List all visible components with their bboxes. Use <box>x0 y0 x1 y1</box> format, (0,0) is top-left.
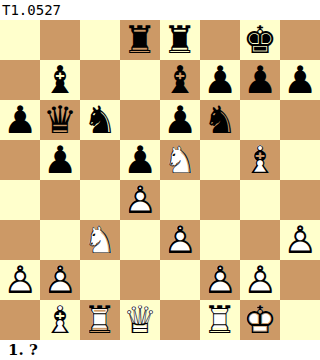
black-pawn-piece[interactable]: ♟ <box>200 60 240 100</box>
square-e7[interactable]: ♝ <box>160 60 200 100</box>
square-a5[interactable] <box>0 140 40 180</box>
square-h4[interactable] <box>280 180 320 220</box>
puzzle-title: T1.0527 <box>0 0 320 20</box>
black-piece-glyph: ♜ <box>160 20 200 60</box>
black-piece-glyph: ♝ <box>40 60 80 100</box>
black-piece-glyph: ♟ <box>280 60 320 100</box>
white-piece-outline: ♙ <box>200 260 240 300</box>
black-pawn-piece[interactable]: ♟ <box>240 60 280 100</box>
square-d4[interactable]: ♟♙ <box>120 180 160 220</box>
square-h6[interactable] <box>280 100 320 140</box>
square-g7[interactable]: ♟ <box>240 60 280 100</box>
square-b1[interactable]: ♝♗ <box>40 300 80 340</box>
square-c5[interactable] <box>80 140 120 180</box>
square-b4[interactable] <box>40 180 80 220</box>
white-piece-outline: ♖ <box>200 300 240 340</box>
square-g6[interactable] <box>240 100 280 140</box>
square-a8[interactable] <box>0 20 40 60</box>
white-pawn-piece[interactable]: ♟♙ <box>160 220 200 260</box>
square-h8[interactable] <box>280 20 320 60</box>
white-piece-outline: ♙ <box>160 220 200 260</box>
black-queen-piece[interactable]: ♛ <box>40 100 80 140</box>
white-piece-outline: ♙ <box>0 260 40 300</box>
square-g3[interactable] <box>240 220 280 260</box>
black-piece-glyph: ♟ <box>240 60 280 100</box>
white-piece-outline: ♗ <box>40 300 80 340</box>
square-e4[interactable] <box>160 180 200 220</box>
black-pawn-piece[interactable]: ♟ <box>160 100 200 140</box>
black-pawn-piece[interactable]: ♟ <box>0 100 40 140</box>
white-rook-piece[interactable]: ♜♖ <box>80 300 120 340</box>
square-c4[interactable] <box>80 180 120 220</box>
square-d7[interactable] <box>120 60 160 100</box>
square-d6[interactable] <box>120 100 160 140</box>
chess-puzzle-page: T1.0527 ♜♜♚♝♝♟♟♟♟♛♞♟♞♟♟♞♘♝♗♟♙♞♘♟♙♟♙♟♙♟♙♟… <box>0 0 320 360</box>
square-c6[interactable]: ♞ <box>80 100 120 140</box>
square-c1[interactable]: ♜♖ <box>80 300 120 340</box>
white-pawn-piece[interactable]: ♟♙ <box>120 180 160 220</box>
square-c8[interactable] <box>80 20 120 60</box>
square-b6[interactable]: ♛ <box>40 100 80 140</box>
square-e6[interactable]: ♟ <box>160 100 200 140</box>
white-piece-outline: ♗ <box>240 140 280 180</box>
black-piece-glyph: ♟ <box>40 140 80 180</box>
white-piece-outline: ♘ <box>160 140 200 180</box>
white-pawn-piece[interactable]: ♟♙ <box>280 220 320 260</box>
black-knight-piece[interactable]: ♞ <box>80 100 120 140</box>
black-pawn-piece[interactable]: ♟ <box>40 140 80 180</box>
square-b2[interactable]: ♟♙ <box>40 260 80 300</box>
white-knight-piece[interactable]: ♞♘ <box>80 220 120 260</box>
black-pawn-piece[interactable]: ♟ <box>280 60 320 100</box>
white-piece-outline: ♙ <box>240 260 280 300</box>
square-d3[interactable] <box>120 220 160 260</box>
black-piece-glyph: ♞ <box>80 100 120 140</box>
square-b3[interactable] <box>40 220 80 260</box>
white-queen-piece[interactable]: ♛♕ <box>120 300 160 340</box>
square-d2[interactable] <box>120 260 160 300</box>
black-rook-piece[interactable]: ♜ <box>120 20 160 60</box>
white-piece-outline: ♙ <box>120 180 160 220</box>
square-h7[interactable]: ♟ <box>280 60 320 100</box>
black-bishop-piece[interactable]: ♝ <box>40 60 80 100</box>
square-c3[interactable]: ♞♘ <box>80 220 120 260</box>
white-bishop-piece[interactable]: ♝♗ <box>40 300 80 340</box>
square-a3[interactable] <box>0 220 40 260</box>
black-piece-glyph: ♜ <box>120 20 160 60</box>
black-piece-glyph: ♛ <box>40 100 80 140</box>
square-e8[interactable]: ♜ <box>160 20 200 60</box>
black-pawn-piece[interactable]: ♟ <box>120 140 160 180</box>
square-a6[interactable]: ♟ <box>0 100 40 140</box>
square-f1[interactable]: ♜♖ <box>200 300 240 340</box>
white-piece-outline: ♕ <box>120 300 160 340</box>
black-piece-glyph: ♝ <box>160 60 200 100</box>
black-piece-glyph: ♟ <box>120 140 160 180</box>
square-f3[interactable] <box>200 220 240 260</box>
black-knight-piece[interactable]: ♞ <box>200 100 240 140</box>
square-e2[interactable] <box>160 260 200 300</box>
white-bishop-piece[interactable]: ♝♗ <box>240 140 280 180</box>
square-b7[interactable]: ♝ <box>40 60 80 100</box>
square-g5[interactable]: ♝♗ <box>240 140 280 180</box>
black-piece-glyph: ♟ <box>200 60 240 100</box>
square-f7[interactable]: ♟ <box>200 60 240 100</box>
black-bishop-piece[interactable]: ♝ <box>160 60 200 100</box>
white-pawn-piece[interactable]: ♟♙ <box>240 260 280 300</box>
black-piece-glyph: ♟ <box>160 100 200 140</box>
white-piece-outline: ♙ <box>40 260 80 300</box>
square-a2[interactable]: ♟♙ <box>0 260 40 300</box>
white-piece-outline: ♖ <box>80 300 120 340</box>
square-f2[interactable]: ♟♙ <box>200 260 240 300</box>
square-b5[interactable]: ♟ <box>40 140 80 180</box>
square-a4[interactable] <box>0 180 40 220</box>
square-e5[interactable]: ♞♘ <box>160 140 200 180</box>
square-c7[interactable] <box>80 60 120 100</box>
square-b8[interactable] <box>40 20 80 60</box>
square-g8[interactable]: ♚ <box>240 20 280 60</box>
square-g4[interactable] <box>240 180 280 220</box>
square-d1[interactable]: ♛♕ <box>120 300 160 340</box>
white-king-piece[interactable]: ♚♔ <box>240 300 280 340</box>
chess-board: ♜♜♚♝♝♟♟♟♟♛♞♟♞♟♟♞♘♝♗♟♙♞♘♟♙♟♙♟♙♟♙♟♙♟♙♝♗♜♖♛… <box>0 20 320 340</box>
black-king-piece[interactable]: ♚ <box>240 20 280 60</box>
square-h2[interactable] <box>280 260 320 300</box>
square-g1[interactable]: ♚♔ <box>240 300 280 340</box>
square-a1[interactable] <box>0 300 40 340</box>
square-d8[interactable]: ♜ <box>120 20 160 60</box>
move-prompt: 1. ? <box>0 340 320 360</box>
white-piece-outline: ♙ <box>280 220 320 260</box>
square-f4[interactable] <box>200 180 240 220</box>
black-piece-glyph: ♚ <box>240 20 280 60</box>
square-g2[interactable]: ♟♙ <box>240 260 280 300</box>
square-a7[interactable] <box>0 60 40 100</box>
white-knight-piece[interactable]: ♞♘ <box>160 140 200 180</box>
white-rook-piece[interactable]: ♜♖ <box>200 300 240 340</box>
square-d5[interactable]: ♟ <box>120 140 160 180</box>
square-h1[interactable] <box>280 300 320 340</box>
black-rook-piece[interactable]: ♜ <box>160 20 200 60</box>
square-h5[interactable] <box>280 140 320 180</box>
white-piece-outline: ♔ <box>240 300 280 340</box>
white-pawn-piece[interactable]: ♟♙ <box>200 260 240 300</box>
square-e1[interactable] <box>160 300 200 340</box>
black-piece-glyph: ♞ <box>200 100 240 140</box>
black-piece-glyph: ♟ <box>0 100 40 140</box>
white-piece-outline: ♘ <box>80 220 120 260</box>
square-f6[interactable]: ♞ <box>200 100 240 140</box>
square-f5[interactable] <box>200 140 240 180</box>
white-pawn-piece[interactable]: ♟♙ <box>0 260 40 300</box>
square-c2[interactable] <box>80 260 120 300</box>
square-f8[interactable] <box>200 20 240 60</box>
white-pawn-piece[interactable]: ♟♙ <box>40 260 80 300</box>
square-h3[interactable]: ♟♙ <box>280 220 320 260</box>
square-e3[interactable]: ♟♙ <box>160 220 200 260</box>
